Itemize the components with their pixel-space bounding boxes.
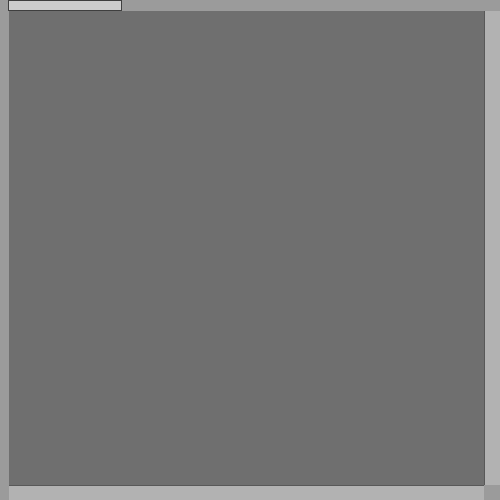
rank-labels bbox=[484, 11, 500, 485]
file-labels bbox=[9, 485, 484, 500]
chess-board bbox=[9, 11, 484, 485]
corner-bottom-left bbox=[0, 485, 9, 500]
site-logo bbox=[8, 0, 122, 11]
corner-bottom-right bbox=[484, 485, 500, 500]
chess-app-window bbox=[0, 0, 500, 500]
corner-top-right bbox=[484, 0, 500, 11]
board-left-edge bbox=[0, 11, 9, 485]
